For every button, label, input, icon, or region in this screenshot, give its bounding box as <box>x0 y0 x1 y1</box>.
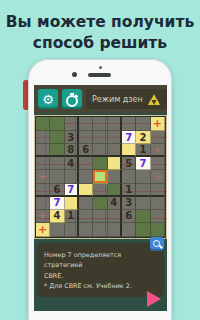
sudoku-cell-r4c7[interactable]: 5 <box>122 157 136 170</box>
sudoku-cell-r5c9[interactable]: + <box>151 170 165 183</box>
zoom-hint-button[interactable] <box>150 237 164 251</box>
sudoku-cell-r6c1[interactable] <box>36 184 50 197</box>
sudoku-cell-r5c6[interactable] <box>108 170 122 183</box>
sudoku-cell-r9c8[interactable] <box>136 223 150 237</box>
sudoku-cell-r7c7[interactable]: 3 <box>122 197 136 210</box>
sudoku-cell-r7c2[interactable]: 7 <box>50 197 64 210</box>
sudoku-cell-r8c2[interactable]: 4 <box>50 210 64 223</box>
sudoku-cell-r4c5[interactable] <box>93 157 107 170</box>
sudoku-cell-r7c1[interactable] <box>36 197 50 210</box>
front-sensor-dot <box>99 66 102 69</box>
sudoku-cell-r3c7[interactable] <box>122 144 136 157</box>
sudoku-cell-r7c4[interactable] <box>79 197 93 210</box>
trefoil-icon <box>148 94 161 105</box>
sudoku-cell-r8c7[interactable]: 6 <box>122 210 136 223</box>
sudoku-cell-r3c9[interactable]: + <box>151 144 165 157</box>
banner-line-2: способ решить <box>0 33 200 54</box>
sudoku-cell-r1c6[interactable] <box>108 117 122 131</box>
sudoku-board[interactable]: +372861+457++671743+416+ <box>35 116 166 238</box>
sudoku-cell-r2c9[interactable] <box>151 131 165 144</box>
zen-mode-indicator[interactable]: Режим дзен <box>86 89 167 109</box>
sudoku-cell-r3c2[interactable] <box>50 144 64 157</box>
hint-line-3: * Для CBRE см. Учебник 2. <box>44 281 157 291</box>
sudoku-cell-r2c2[interactable] <box>50 131 64 144</box>
sudoku-cell-r8c6[interactable] <box>108 210 122 223</box>
sudoku-cell-r6c7[interactable]: 1 <box>122 184 136 197</box>
sudoku-cell-r6c8[interactable] <box>136 184 150 197</box>
app-toolbar: ⚙ Режим дзен <box>34 85 167 113</box>
sudoku-cell-r3c1[interactable] <box>36 144 50 157</box>
phone-mockup: ⚙ Режим дзен +372861+457++671743 <box>28 59 172 320</box>
sudoku-board-frame: +372861+457++671743+416+ <box>34 115 167 239</box>
sudoku-cell-r6c4[interactable] <box>79 184 93 197</box>
sudoku-cell-r1c5[interactable] <box>93 117 107 131</box>
sudoku-cell-r1c1[interactable] <box>36 117 50 131</box>
sudoku-cell-r9c5[interactable] <box>93 223 107 237</box>
sudoku-cell-r7c6[interactable]: 4 <box>108 197 122 210</box>
sudoku-cell-r4c8[interactable]: 7 <box>136 157 150 170</box>
sudoku-cell-r1c3[interactable] <box>65 117 79 131</box>
sudoku-cell-r4c6[interactable] <box>108 157 122 170</box>
sudoku-cell-r3c6[interactable] <box>108 144 122 157</box>
timer-button[interactable] <box>62 89 82 109</box>
hint-panel: Номер 7 определяется стратегией CBRE. * … <box>37 243 164 297</box>
sudoku-cell-r7c8[interactable] <box>136 197 150 210</box>
sudoku-cell-r4c1[interactable] <box>36 157 50 170</box>
sudoku-cell-r2c4[interactable] <box>79 131 93 144</box>
sudoku-cell-r9c2[interactable] <box>50 223 64 237</box>
sudoku-cell-r5c5[interactable] <box>93 170 107 183</box>
sudoku-cell-r2c7[interactable]: 7 <box>122 131 136 144</box>
sudoku-cell-r8c3[interactable]: 1 <box>65 210 79 223</box>
sudoku-cell-r1c8[interactable] <box>136 117 150 131</box>
sudoku-cell-r5c3[interactable] <box>65 170 79 183</box>
sudoku-cell-r2c3[interactable]: 3 <box>65 131 79 144</box>
sudoku-cell-r7c9[interactable] <box>151 197 165 210</box>
sudoku-cell-r9c9[interactable] <box>151 223 165 237</box>
sudoku-cell-r1c4[interactable] <box>79 117 93 131</box>
speaker-slot <box>88 73 111 77</box>
stopwatch-icon <box>66 93 78 105</box>
sudoku-cell-r4c3[interactable]: 4 <box>65 157 79 170</box>
sudoku-cell-r2c1[interactable] <box>36 131 50 144</box>
banner-line-1: Вы можете получить <box>0 12 200 33</box>
sudoku-cell-r8c5[interactable] <box>93 210 107 223</box>
sudoku-cell-r9c1[interactable]: + <box>36 223 50 237</box>
sudoku-cell-r8c9[interactable] <box>151 210 165 223</box>
sudoku-cell-r9c6[interactable] <box>108 223 122 237</box>
banner-text: Вы можете получить способ решить <box>0 12 200 54</box>
gear-icon: ⚙ <box>42 93 54 106</box>
sudoku-cell-r4c4[interactable] <box>79 157 93 170</box>
sudoku-cell-r5c8[interactable] <box>136 170 150 183</box>
sudoku-cell-r1c7[interactable] <box>122 117 136 131</box>
hint-line-2: CBRE. <box>44 271 157 281</box>
sudoku-cell-r9c7[interactable] <box>122 223 136 237</box>
sudoku-cell-r8c1[interactable]: + <box>36 210 50 223</box>
sudoku-cell-r4c2[interactable] <box>50 157 64 170</box>
sudoku-cell-r7c3[interactable] <box>65 197 79 210</box>
sudoku-cell-r8c8[interactable] <box>136 210 150 223</box>
settings-button[interactable]: ⚙ <box>38 89 58 109</box>
zen-mode-label: Режим дзен <box>92 95 143 104</box>
sudoku-cell-r8c4[interactable] <box>79 210 93 223</box>
sudoku-cell-r6c3[interactable]: 7 <box>65 184 79 197</box>
sudoku-cell-r1c9[interactable]: + <box>151 117 165 131</box>
sudoku-cell-r5c7[interactable] <box>122 170 136 183</box>
sudoku-cell-r9c4[interactable] <box>79 223 93 237</box>
ad-screenshot: Вы можете получить способ решить ⚙ Режим… <box>0 0 200 320</box>
sudoku-cell-r6c6[interactable] <box>108 184 122 197</box>
sudoku-cell-r6c9[interactable] <box>151 184 165 197</box>
sudoku-cell-r2c6[interactable] <box>108 131 122 144</box>
play-triangle-icon[interactable] <box>147 291 161 307</box>
front-camera-icon <box>72 72 77 77</box>
sudoku-cell-r3c8[interactable]: 1 <box>136 144 150 157</box>
sudoku-cell-r3c3[interactable]: 8 <box>65 144 79 157</box>
hint-line-1: Номер 7 определяется стратегией <box>44 250 157 271</box>
sudoku-cell-r4c9[interactable] <box>151 157 165 170</box>
sudoku-cell-r3c5[interactable] <box>93 144 107 157</box>
sudoku-cell-r7c5[interactable] <box>93 197 107 210</box>
sudoku-cell-r1c2[interactable] <box>50 117 64 131</box>
sudoku-cell-r3c4[interactable]: 6 <box>79 144 93 157</box>
sudoku-cell-r6c2[interactable]: 6 <box>50 184 64 197</box>
sudoku-cell-r6c5[interactable] <box>93 184 107 197</box>
sudoku-cell-r2c5[interactable] <box>93 131 107 144</box>
sudoku-cell-r2c8[interactable]: 2 <box>136 131 150 144</box>
sudoku-cell-r5c1[interactable]: + <box>36 170 50 183</box>
sudoku-cell-r9c3[interactable] <box>65 223 79 237</box>
app-screen: ⚙ Режим дзен +372861+457++671743 <box>34 85 167 311</box>
sudoku-cell-r5c4[interactable] <box>79 170 93 183</box>
sudoku-cell-r5c2[interactable] <box>50 170 64 183</box>
